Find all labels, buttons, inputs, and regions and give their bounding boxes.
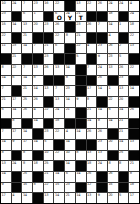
white-cell[interactable]: 14 [76, 172, 86, 182]
cell-code-number: 10 [44, 151, 48, 155]
white-cell[interactable]: 21 [129, 161, 139, 171]
cell-code-number: 14 [12, 108, 16, 112]
cell-code-number: 26 [34, 97, 38, 101]
cell-code-number: 16 [44, 1, 48, 5]
black-cell [76, 86, 86, 96]
white-cell[interactable]: 22 [54, 129, 64, 139]
white-cell[interactable]: 22 [87, 1, 97, 11]
white-cell[interactable]: 8 [76, 151, 86, 161]
white-cell[interactable]: 7 [97, 22, 107, 32]
white-cell[interactable]: 24 [108, 1, 118, 11]
white-cell[interactable]: 7 [22, 65, 32, 75]
cell-code-number: 4 [66, 129, 68, 133]
white-cell[interactable]: 23 [1, 12, 11, 22]
cell-code-number: 12 [87, 183, 91, 187]
cell-code-number: 14 [87, 119, 91, 123]
white-cell[interactable]: 7 [87, 65, 97, 75]
white-cell[interactable]: 26 [33, 97, 43, 107]
black-cell [97, 33, 107, 43]
white-cell[interactable]: 14 [76, 193, 86, 203]
white-cell[interactable]: 20 [108, 140, 118, 150]
white-cell[interactable]: 5 [119, 54, 129, 64]
white-cell[interactable]: 7 [1, 129, 11, 139]
white-cell[interactable]: 6 [108, 108, 118, 118]
white-cell[interactable]: 14 [65, 97, 75, 107]
cell-code-number: 23 [108, 54, 112, 58]
white-cell[interactable]: 13 [44, 193, 54, 203]
cell-code-number: 6 [66, 172, 68, 176]
cell-code-number: 9 [2, 183, 4, 187]
black-cell [65, 22, 75, 32]
white-cell[interactable]: 6 [1, 108, 11, 118]
white-cell[interactable]: 23 [44, 22, 54, 32]
cell-code-number: 8 [98, 119, 100, 123]
cell-code-number: 4 [108, 33, 110, 37]
white-cell[interactable]: 13 [119, 86, 129, 96]
white-cell[interactable]: 22 [108, 97, 118, 107]
cell-code-number: 21 [66, 108, 70, 112]
black-cell [44, 97, 54, 107]
cell-code-number: 14 [23, 129, 27, 133]
cell-code-number: 17 [130, 193, 134, 197]
white-cell[interactable]: 20 [33, 22, 43, 32]
white-cell[interactable]: 17 [1, 193, 11, 203]
white-cell[interactable]: 15 [108, 183, 118, 193]
cell-code-number: 11 [2, 44, 6, 48]
white-cell[interactable]: 14 [33, 86, 43, 96]
white-cell[interactable]: 6O [54, 12, 64, 22]
white-cell[interactable]: 22 [129, 65, 139, 75]
cell-code-number: 10 [2, 1, 6, 5]
white-cell[interactable]: 4 [108, 33, 118, 43]
white-cell[interactable]: 18 [33, 161, 43, 171]
white-cell[interactable]: 9 [1, 183, 11, 193]
white-cell[interactable]: 10 [65, 151, 75, 161]
cell-code-number: 21 [12, 54, 16, 58]
white-cell[interactable]: 13 [54, 97, 64, 107]
white-cell[interactable]: 21 [76, 33, 86, 43]
black-cell [12, 33, 22, 43]
white-cell[interactable]: 20 [119, 97, 129, 107]
white-cell[interactable]: 23 [44, 129, 54, 139]
white-cell[interactable]: 21 [22, 86, 32, 96]
white-cell[interactable]: 9 [97, 54, 107, 64]
white-cell[interactable]: 5 [119, 193, 129, 203]
white-cell[interactable]: 14 [87, 119, 97, 129]
white-cell[interactable]: 26 [97, 1, 107, 11]
black-cell [44, 12, 54, 22]
white-cell[interactable]: 6 [22, 12, 32, 22]
white-cell[interactable]: 14 [108, 22, 118, 32]
white-cell[interactable]: 13 [76, 1, 86, 11]
white-cell[interactable]: 21 [44, 172, 54, 182]
cell-code-number: 20 [34, 22, 38, 26]
white-cell[interactable]: 9 [76, 97, 86, 107]
white-cell[interactable]: 14 [33, 119, 43, 129]
cell-code-number: 13 [2, 161, 6, 165]
white-cell[interactable]: 24 [54, 108, 64, 118]
white-cell[interactable]: 14 [97, 86, 107, 96]
white-cell[interactable]: 14 [1, 76, 11, 86]
cell-code-number: 14 [55, 193, 59, 197]
white-cell[interactable]: 7 [33, 44, 43, 54]
white-cell[interactable]: 15 [1, 22, 11, 32]
black-cell [33, 193, 43, 203]
cell-code-number: 22 [130, 65, 134, 69]
white-cell[interactable]: 16 [44, 1, 54, 11]
white-cell[interactable]: 21 [65, 108, 75, 118]
white-cell[interactable]: 23 [108, 54, 118, 64]
white-cell[interactable]: 14 [65, 161, 75, 171]
cell-code-number: 5 [119, 193, 121, 197]
cell-code-number: 5 [44, 140, 46, 144]
cell-code-number: 14 [23, 44, 27, 48]
white-cell[interactable]: 26 [54, 22, 64, 32]
cell-code-number: 21 [23, 86, 27, 90]
cell-code-number: 13 [108, 65, 112, 69]
white-cell[interactable]: 23 [119, 76, 129, 86]
white-cell[interactable]: 21 [12, 54, 22, 64]
black-cell [33, 54, 43, 64]
white-cell[interactable]: 8 [12, 119, 22, 129]
cell-code-number: 22 [55, 129, 59, 133]
black-cell [44, 119, 54, 129]
black-cell [33, 129, 43, 139]
black-cell [129, 119, 139, 129]
cell-code-number: 7 [55, 86, 57, 90]
white-cell[interactable]: 4 [129, 1, 139, 11]
white-cell[interactable]: 23 [12, 44, 22, 54]
black-cell [54, 161, 64, 171]
cell-code-number: 17 [87, 86, 91, 90]
cell-code-number: 21 [130, 161, 134, 165]
black-cell [87, 12, 97, 22]
white-cell[interactable]: 14 [12, 22, 22, 32]
cell-code-number: 23 [12, 44, 16, 48]
cell-code-number: 23 [119, 76, 123, 80]
cell-code-number: 26 [55, 22, 59, 26]
white-cell[interactable]: 24 [12, 1, 22, 11]
white-cell[interactable]: 22 [54, 33, 64, 43]
white-cell[interactable]: 23 [65, 86, 75, 96]
white-cell[interactable]: 14 [54, 172, 64, 182]
white-cell[interactable]: 13 [33, 65, 43, 75]
white-cell[interactable]: 4 [33, 108, 43, 118]
black-cell [76, 140, 86, 150]
white-cell[interactable]: 14 [129, 86, 139, 96]
white-cell[interactable]: 8 [33, 183, 43, 193]
white-cell[interactable]: 21 [1, 97, 11, 107]
black-cell [119, 12, 129, 22]
white-cell[interactable]: 13 [129, 44, 139, 54]
white-cell[interactable]: 17 [22, 140, 32, 150]
white-cell[interactable]: 24 [97, 65, 107, 75]
white-cell[interactable]: 13 [97, 151, 107, 161]
cell-code-number: 13 [44, 193, 48, 197]
white-cell[interactable]: 21 [87, 108, 97, 118]
cell-code-number: 7 [87, 65, 89, 69]
cell-code-number: 26 [87, 22, 91, 26]
cell-code-number: 13 [119, 86, 123, 90]
cell-code-number: 22 [108, 97, 112, 101]
cell-code-number: 13 [55, 97, 59, 101]
cell-code-number: 21 [44, 172, 48, 176]
white-cell[interactable]: 24Y [65, 12, 75, 22]
white-cell[interactable]: 18 [129, 22, 139, 32]
white-cell[interactable]: 14 [65, 140, 75, 150]
black-cell [1, 119, 11, 129]
white-cell[interactable]: 23 [76, 22, 86, 32]
cell-code-number: 7 [2, 129, 4, 133]
cell-code-number: 24 [55, 108, 59, 112]
white-cell[interactable]: 14 [22, 76, 32, 86]
white-cell[interactable]: 21 [22, 33, 32, 43]
cell-code-number: 21 [44, 44, 48, 48]
white-cell[interactable]: 14 [97, 108, 107, 118]
cell-code-number: 25 [23, 97, 27, 101]
black-cell [129, 129, 139, 139]
white-cell[interactable]: 26 [87, 129, 97, 139]
cell-code-number: 13 [55, 65, 59, 69]
white-cell[interactable]: 18 [54, 119, 64, 129]
white-cell[interactable]: 13 [87, 151, 97, 161]
cell-code-number: 7 [34, 44, 36, 48]
white-cell[interactable]: 25 [119, 151, 129, 161]
white-cell[interactable]: 7 [54, 86, 64, 96]
cell-code-number: 14 [34, 140, 38, 144]
white-cell[interactable]: 13 [87, 193, 97, 203]
white-cell[interactable]: 14 [1, 140, 11, 150]
white-cell[interactable]: 25 [44, 161, 54, 171]
cell-code-number: 4 [130, 1, 132, 5]
black-cell [129, 151, 139, 161]
white-cell[interactable]: 13 [54, 65, 64, 75]
white-cell[interactable]: 18 [87, 161, 97, 171]
white-cell[interactable]: 26 [22, 108, 32, 118]
white-cell[interactable]: 6 [12, 76, 22, 86]
cell-code-number: 23 [44, 129, 48, 133]
black-cell [87, 54, 97, 64]
black-cell [108, 76, 118, 86]
white-cell[interactable]: 26 [108, 172, 118, 182]
white-cell[interactable]: 23 [97, 44, 107, 54]
white-cell[interactable]: 14 [1, 172, 11, 182]
white-cell[interactable]: 14 [76, 129, 86, 139]
white-cell[interactable]: 14 [12, 108, 22, 118]
white-cell[interactable]: 22 [54, 1, 64, 11]
white-cell[interactable]: 14 [108, 119, 118, 129]
white-cell[interactable]: 8 [22, 161, 32, 171]
black-cell [97, 183, 107, 193]
white-cell[interactable]: 15 [54, 183, 64, 193]
cell-code-number: 8 [2, 151, 4, 155]
white-cell[interactable]: 14 [22, 129, 32, 139]
white-cell[interactable]: 5 [76, 54, 86, 64]
cell-code-number: 13 [76, 1, 80, 5]
white-cell[interactable]: 26 [129, 108, 139, 118]
white-cell[interactable]: 2 [119, 44, 129, 54]
white-cell[interactable]: 10 [1, 1, 11, 11]
white-cell[interactable]: 13 [1, 161, 11, 171]
cell-code-number: 14 [2, 172, 6, 176]
white-cell[interactable]: 23 [44, 54, 54, 64]
white-cell[interactable]: 14 [22, 44, 32, 54]
white-cell[interactable]: 21T [76, 12, 86, 22]
white-cell[interactable]: 13 [129, 140, 139, 150]
white-cell[interactable]: 14 [65, 65, 75, 75]
white-cell[interactable]: 23 [33, 1, 43, 11]
white-cell[interactable]: 22 [54, 151, 64, 161]
cell-code-number: 7 [2, 86, 4, 90]
white-cell[interactable]: 7 [22, 1, 32, 11]
white-cell[interactable]: 1 [108, 86, 118, 96]
white-cell[interactable]: 17 [12, 97, 22, 107]
white-cell[interactable]: 22 [44, 183, 54, 193]
white-cell[interactable]: 15 [22, 183, 32, 193]
cell-code-number: 9 [76, 97, 78, 101]
cell-code-number: 6 [2, 108, 4, 112]
white-cell[interactable]: 9 [12, 140, 22, 150]
black-cell [12, 183, 22, 193]
white-cell[interactable]: 8 [119, 161, 129, 171]
white-cell[interactable]: 24 [97, 161, 107, 171]
white-cell[interactable]: 8 [33, 76, 43, 86]
black-cell [97, 12, 107, 22]
black-cell [12, 86, 22, 96]
white-cell[interactable]: 8 [22, 151, 32, 161]
white-cell[interactable]: 8 [129, 172, 139, 182]
cell-code-number: 22 [55, 33, 59, 37]
white-cell[interactable]: 26 [87, 172, 97, 182]
white-cell[interactable]: 18 [108, 12, 118, 22]
white-cell[interactable]: 14 [54, 193, 64, 203]
white-cell[interactable]: 26 [87, 22, 97, 32]
white-cell[interactable]: 23 [65, 183, 75, 193]
white-cell[interactable]: 22 [44, 108, 54, 118]
white-cell[interactable]: 8 [108, 161, 118, 171]
white-cell[interactable]: 26 [119, 65, 129, 75]
cell-code-number: 26 [119, 65, 123, 69]
cell-code-number: 20 [119, 97, 123, 101]
white-cell[interactable]: 21 [44, 44, 54, 54]
white-cell[interactable]: 22 [76, 44, 86, 54]
white-cell[interactable]: 8 [97, 119, 107, 129]
black-cell [12, 172, 22, 182]
white-cell[interactable]: 26 [97, 129, 107, 139]
white-cell[interactable]: 4 [12, 193, 22, 203]
black-cell [54, 140, 64, 150]
white-cell[interactable]: 25 [22, 172, 32, 182]
white-cell[interactable]: 13 [22, 22, 32, 32]
white-cell[interactable]: 8 [1, 151, 11, 161]
white-cell[interactable]: 14 [33, 140, 43, 150]
white-cell[interactable]: 11 [1, 44, 11, 54]
cell-code-number: 26 [87, 172, 91, 176]
white-cell[interactable]: 26 [44, 65, 54, 75]
white-cell[interactable]: 1 [119, 22, 129, 32]
black-cell [108, 129, 118, 139]
white-cell[interactable]: 13 [108, 65, 118, 75]
cell-code-number: 14 [108, 22, 112, 26]
white-cell[interactable]: 17 [87, 86, 97, 96]
white-cell[interactable]: 14 [119, 140, 129, 150]
white-cell[interactable]: 18 [129, 183, 139, 193]
cell-code-number: 8 [66, 76, 68, 80]
cell-code-number: 9 [98, 54, 100, 58]
black-cell [76, 76, 86, 86]
white-cell[interactable]: 6 [54, 44, 64, 54]
white-cell[interactable]: 8 [65, 76, 75, 86]
white-cell[interactable]: 23 [97, 140, 107, 150]
cell-code-number: 9 [98, 193, 100, 197]
white-cell[interactable]: 26 [97, 76, 107, 86]
white-cell[interactable]: 6 [65, 172, 75, 182]
black-cell [44, 76, 54, 86]
white-cell[interactable]: 24 [129, 12, 139, 22]
cell-code-number: 14 [98, 108, 102, 112]
white-cell[interactable]: 4 [65, 129, 75, 139]
cell-code-number: 23 [98, 44, 102, 48]
cell-code-number: 22 [130, 33, 134, 37]
white-cell[interactable]: 10 [44, 151, 54, 161]
white-cell[interactable]: 9 [97, 193, 107, 203]
cell-code-number: 24 [130, 12, 134, 16]
white-cell[interactable]: 5 [44, 140, 54, 150]
white-cell[interactable]: 24 [119, 1, 129, 11]
white-cell[interactable]: 26 [108, 44, 118, 54]
white-cell[interactable]: 22 [12, 65, 22, 75]
white-cell[interactable]: 25 [22, 97, 32, 107]
cell-code-number: 17 [12, 97, 16, 101]
black-cell [22, 119, 32, 129]
white-cell[interactable]: 21 [119, 129, 129, 139]
cell-code-number: 26 [23, 108, 27, 112]
white-cell[interactable]: 24 [12, 161, 22, 171]
white-cell[interactable]: 14 [119, 108, 129, 118]
cell-code-number: 26 [44, 65, 48, 69]
cell-code-number: 26 [108, 44, 112, 48]
cell-code-number: 21 [119, 119, 123, 123]
white-cell[interactable]: 8 [1, 65, 11, 75]
white-cell[interactable]: 21 [119, 119, 129, 129]
white-cell[interactable]: 12 [87, 183, 97, 193]
black-cell [12, 12, 22, 22]
cell-code-number: 22 [44, 108, 48, 112]
white-cell[interactable]: 8 [65, 33, 75, 43]
white-cell[interactable]: 22 [1, 33, 11, 43]
cell-code-number: 15 [108, 183, 112, 187]
white-cell[interactable]: 17 [12, 129, 22, 139]
white-cell[interactable]: 7 [1, 86, 11, 96]
white-cell[interactable]: 13 [44, 86, 54, 96]
cell-code-number: 17 [12, 129, 16, 133]
white-cell[interactable]: 14 [22, 193, 32, 203]
white-cell[interactable]: 21 [65, 193, 75, 203]
cell-code-number: 14 [2, 140, 6, 144]
white-cell[interactable]: 22 [129, 33, 139, 43]
white-cell[interactable]: 20 [108, 193, 118, 203]
white-cell[interactable]: 8 [87, 97, 97, 107]
white-cell[interactable]: 17 [129, 193, 139, 203]
black-cell [129, 76, 139, 86]
cell-code-number: 14 [66, 65, 70, 69]
cell-code-number: 26 [108, 172, 112, 176]
black-cell [76, 119, 86, 129]
black-cell [33, 151, 43, 161]
cell-code-number: 21 [119, 129, 123, 133]
white-cell[interactable]: 4 [87, 44, 97, 54]
white-cell[interactable]: 1 [33, 12, 43, 22]
